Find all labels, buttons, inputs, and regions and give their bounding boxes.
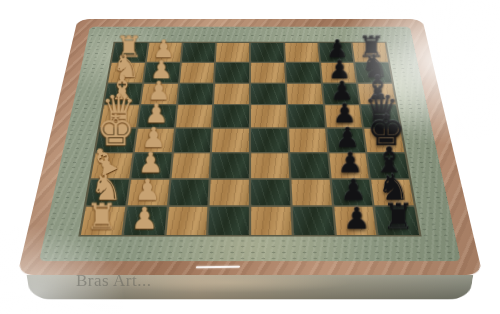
square-h4[interactable]	[209, 207, 249, 235]
square-e3[interactable]	[173, 129, 211, 152]
photo-scene: ♜♟♟♜♞♟♟♞♝♟♟♝♛♟♟♛♚♟♟♚♝♟♟♝♞♟♟♞♜♟♟♜ Bras Ar…	[0, 0, 500, 314]
camera-glare-icon	[260, 0, 500, 210]
square-g4[interactable]	[210, 179, 249, 205]
square-f4[interactable]	[211, 153, 249, 178]
square-h5[interactable]	[251, 207, 291, 235]
square-h6[interactable]	[292, 207, 334, 235]
square-h7[interactable]: ♟	[334, 207, 377, 235]
square-e4[interactable]	[212, 129, 249, 152]
watermark: Bras Art...	[76, 271, 151, 291]
square-h8[interactable]: ♜	[375, 207, 419, 235]
corner-wash	[0, 174, 190, 314]
